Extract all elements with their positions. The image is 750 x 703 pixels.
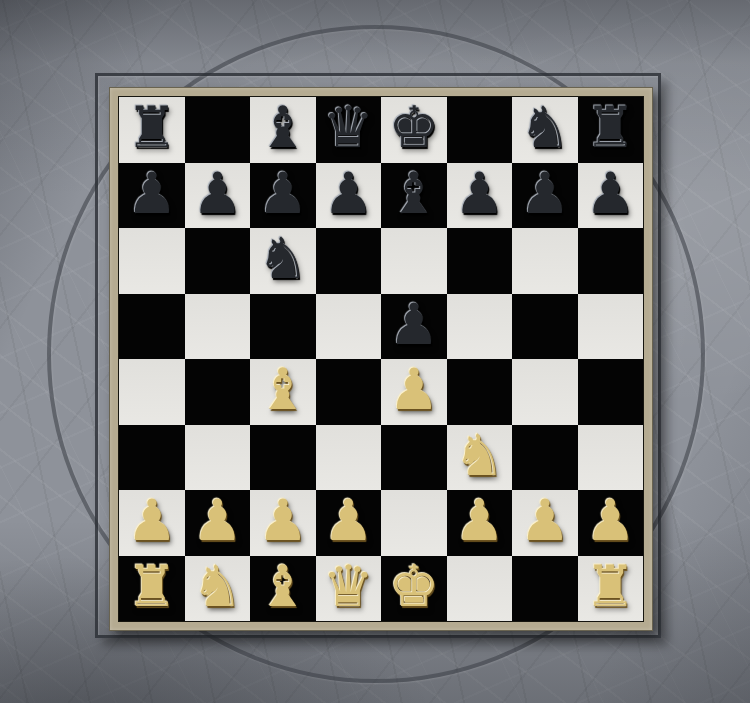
square-a7[interactable]: ♟ [119,163,185,229]
square-h3[interactable] [578,425,644,491]
square-a2[interactable]: ♟ [119,490,185,556]
square-e7[interactable]: ♝ [381,163,447,229]
piece-white-rook[interactable]: ♜ [585,556,636,619]
piece-white-queen[interactable]: ♛ [323,556,374,619]
piece-black-pawn[interactable]: ♟ [454,163,505,226]
square-h4[interactable] [578,359,644,425]
square-d1[interactable]: ♛ [316,556,382,622]
square-b8[interactable] [185,97,251,163]
piece-black-pawn[interactable]: ♟ [192,163,243,226]
square-g2[interactable]: ♟ [512,490,578,556]
square-c3[interactable] [250,425,316,491]
square-f3[interactable]: ♞ [447,425,513,491]
piece-white-pawn[interactable]: ♟ [454,490,505,553]
square-b7[interactable]: ♟ [185,163,251,229]
square-e3[interactable] [381,425,447,491]
square-a6[interactable] [119,228,185,294]
square-h6[interactable] [578,228,644,294]
square-a8[interactable]: ♜ [119,97,185,163]
square-g7[interactable]: ♟ [512,163,578,229]
square-g3[interactable] [512,425,578,491]
piece-black-knight[interactable]: ♞ [519,97,570,160]
piece-black-queen[interactable]: ♛ [323,97,374,160]
square-c1[interactable]: ♝ [250,556,316,622]
square-d4[interactable] [316,359,382,425]
square-d7[interactable]: ♟ [316,163,382,229]
piece-white-king[interactable]: ♚ [388,556,439,619]
piece-white-pawn[interactable]: ♟ [519,490,570,553]
board-frame: ♜♝♛♚♞♜♟♟♟♟♝♟♟♟♞♟♝♟♞♟♟♟♟♟♟♟♜♞♝♛♚♜ [109,87,653,631]
square-f4[interactable] [447,359,513,425]
piece-white-knight[interactable]: ♞ [454,425,505,488]
piece-white-rook[interactable]: ♜ [126,556,177,619]
piece-black-pawn[interactable]: ♟ [257,163,308,226]
piece-black-pawn[interactable]: ♟ [519,163,570,226]
square-a1[interactable]: ♜ [119,556,185,622]
square-d6[interactable] [316,228,382,294]
square-g8[interactable]: ♞ [512,97,578,163]
piece-black-king[interactable]: ♚ [388,97,439,160]
piece-black-bishop[interactable]: ♝ [257,97,308,160]
piece-black-bishop[interactable]: ♝ [388,163,439,226]
piece-white-pawn[interactable]: ♟ [257,490,308,553]
square-f7[interactable]: ♟ [447,163,513,229]
square-b3[interactable] [185,425,251,491]
square-f5[interactable] [447,294,513,360]
square-a3[interactable] [119,425,185,491]
chess-app-background: ♜♝♛♚♞♜♟♟♟♟♝♟♟♟♞♟♝♟♞♟♟♟♟♟♟♟♜♞♝♛♚♜ [0,0,750,703]
square-e5[interactable]: ♟ [381,294,447,360]
square-f8[interactable] [447,97,513,163]
piece-black-pawn[interactable]: ♟ [126,163,177,226]
square-e6[interactable] [381,228,447,294]
square-d5[interactable] [316,294,382,360]
square-c5[interactable] [250,294,316,360]
piece-white-pawn[interactable]: ♟ [126,490,177,553]
square-g4[interactable] [512,359,578,425]
square-b4[interactable] [185,359,251,425]
square-b1[interactable]: ♞ [185,556,251,622]
square-h7[interactable]: ♟ [578,163,644,229]
square-d8[interactable]: ♛ [316,97,382,163]
square-a5[interactable] [119,294,185,360]
piece-white-bishop[interactable]: ♝ [257,556,308,619]
square-g6[interactable] [512,228,578,294]
square-h8[interactable]: ♜ [578,97,644,163]
square-d2[interactable]: ♟ [316,490,382,556]
piece-black-pawn[interactable]: ♟ [585,163,636,226]
square-a4[interactable] [119,359,185,425]
piece-black-pawn[interactable]: ♟ [323,163,374,226]
square-b2[interactable]: ♟ [185,490,251,556]
square-c6[interactable]: ♞ [250,228,316,294]
square-d3[interactable] [316,425,382,491]
square-c7[interactable]: ♟ [250,163,316,229]
square-h1[interactable]: ♜ [578,556,644,622]
square-c4[interactable]: ♝ [250,359,316,425]
piece-white-pawn[interactable]: ♟ [585,490,636,553]
square-e1[interactable]: ♚ [381,556,447,622]
square-f1[interactable] [447,556,513,622]
piece-white-pawn[interactable]: ♟ [192,490,243,553]
square-c2[interactable]: ♟ [250,490,316,556]
chessboard[interactable]: ♜♝♛♚♞♜♟♟♟♟♝♟♟♟♞♟♝♟♞♟♟♟♟♟♟♟♜♞♝♛♚♜ [118,96,644,622]
square-e8[interactable]: ♚ [381,97,447,163]
square-c8[interactable]: ♝ [250,97,316,163]
piece-white-pawn[interactable]: ♟ [323,490,374,553]
piece-black-rook[interactable]: ♜ [126,97,177,160]
square-e2[interactable] [381,490,447,556]
square-g5[interactable] [512,294,578,360]
square-g1[interactable] [512,556,578,622]
square-h5[interactable] [578,294,644,360]
square-h2[interactable]: ♟ [578,490,644,556]
piece-white-knight[interactable]: ♞ [192,556,243,619]
piece-white-pawn[interactable]: ♟ [388,359,439,422]
square-b6[interactable] [185,228,251,294]
piece-white-bishop[interactable]: ♝ [257,359,308,422]
square-b5[interactable] [185,294,251,360]
piece-black-pawn[interactable]: ♟ [388,294,439,357]
piece-black-rook[interactable]: ♜ [585,97,636,160]
square-f6[interactable] [447,228,513,294]
square-e4[interactable]: ♟ [381,359,447,425]
square-f2[interactable]: ♟ [447,490,513,556]
piece-black-knight[interactable]: ♞ [257,228,308,291]
